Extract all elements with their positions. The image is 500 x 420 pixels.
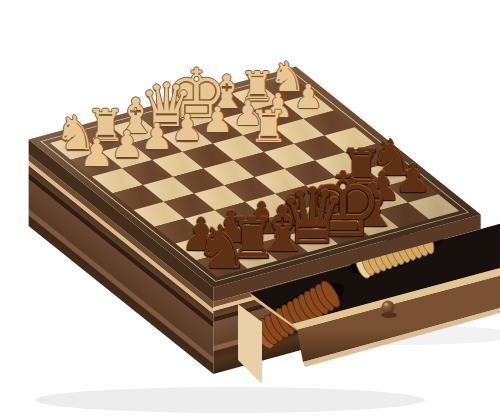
piece-white-pawn[interactable]: ♟: [293, 80, 323, 113]
piece-white-pawn[interactable]: ♟: [79, 134, 113, 172]
piece-white-pawn[interactable]: ♟: [141, 119, 173, 155]
piece-white-pawn[interactable]: ♟: [171, 110, 203, 146]
drawer-knob[interactable]: [382, 301, 395, 314]
product-photo-scene: ♞♜♝♟♚♟♛♟♝♟♜♟♜♞♟♟♟♞♜♟♟♟♟♟♝♟♚♟♛♟♝♜♞: [0, 0, 500, 420]
floor-shadow: [35, 387, 425, 413]
piece-black-knight[interactable]: ♞: [195, 217, 249, 277]
piece-white-pawn[interactable]: ♟: [110, 126, 143, 163]
knob-highlight: [384, 303, 388, 306]
piece-white-rook[interactable]: ♜: [249, 104, 288, 148]
piece-white-pawn[interactable]: ♟: [202, 103, 233, 138]
